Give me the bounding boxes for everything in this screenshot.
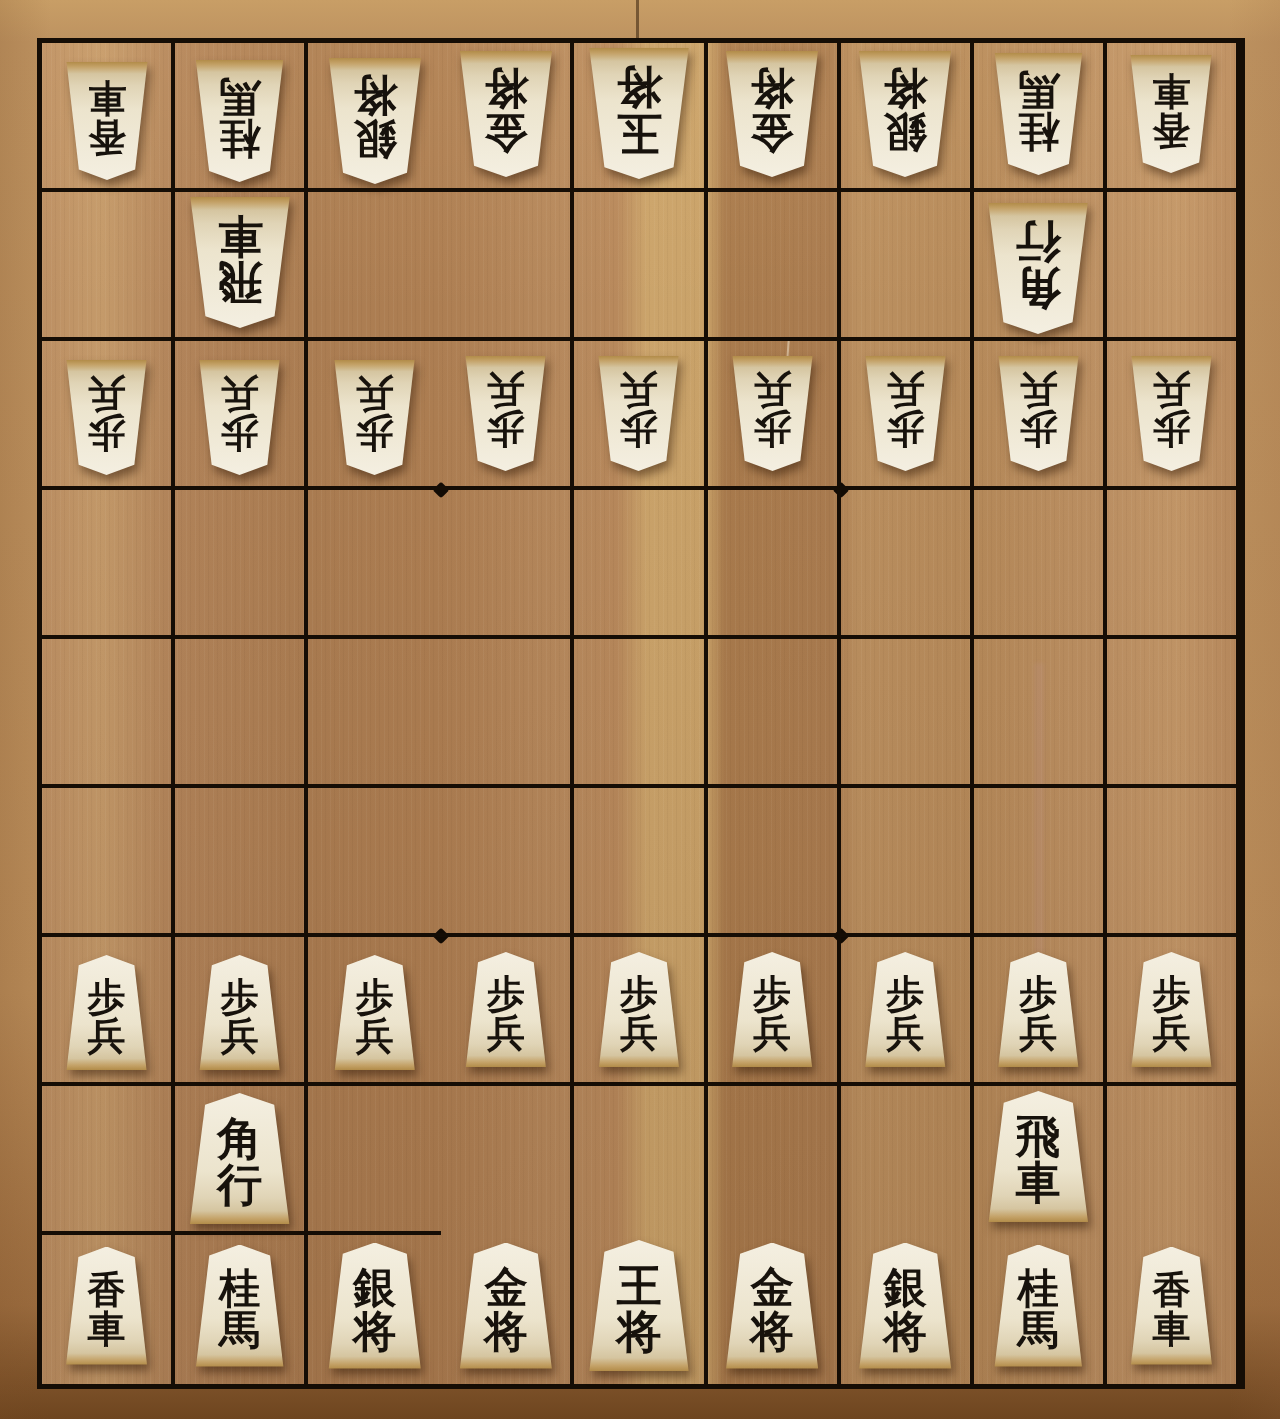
square-88[interactable]: 角行	[175, 1086, 308, 1235]
piece-king-gote[interactable]: 玉将	[585, 48, 693, 179]
piece-wrapper: 歩兵	[1128, 952, 1215, 1067]
piece-kanji: 将	[353, 73, 396, 117]
piece-wrapper: 歩兵	[862, 356, 949, 471]
piece-wrapper: 歩兵	[196, 955, 283, 1070]
square-67[interactable]: 歩兵	[441, 937, 574, 1086]
piece-kanji: 金	[751, 110, 794, 154]
piece-wrapper: 銀将	[855, 51, 955, 177]
piece-wrapper: 歩兵	[995, 356, 1082, 471]
square-17[interactable]: 歩兵	[1107, 937, 1240, 1086]
shogi-board: 香車桂馬銀将金将玉将金将銀将桂馬香車飛車角行歩兵歩兵歩兵歩兵歩兵歩兵歩兵歩兵歩兵…	[37, 38, 1245, 1389]
piece-kanji: 兵	[487, 1014, 525, 1053]
piece-pawn-sente[interactable]: 歩兵	[63, 955, 150, 1070]
piece-wrapper: 歩兵	[63, 955, 150, 1070]
square-97[interactable]: 歩兵	[42, 937, 175, 1086]
piece-wrapper: 歩兵	[729, 952, 816, 1067]
piece-pawn-sente[interactable]: 歩兵	[1128, 952, 1215, 1067]
square-42[interactable]	[708, 192, 841, 341]
piece-knight-sente[interactable]: 桂馬	[192, 1245, 287, 1367]
square-13[interactable]: 歩兵	[1107, 341, 1240, 490]
piece-kanji: 香	[88, 117, 126, 156]
piece-pawn-gote[interactable]: 歩兵	[995, 356, 1082, 471]
square-22[interactable]: 角行	[974, 192, 1107, 341]
wood-seam	[636, 0, 639, 38]
piece-wrapper: 歩兵	[862, 952, 949, 1067]
piece-kanji: 車	[88, 1310, 126, 1349]
piece-wrapper: 歩兵	[595, 356, 682, 471]
piece-wrapper: 王将	[585, 1240, 693, 1371]
piece-kanji: 金	[484, 1266, 527, 1310]
piece-kanji: 銀	[884, 110, 927, 154]
piece-kanji: 歩	[1019, 410, 1057, 449]
piece-kanji: 歩	[620, 410, 658, 449]
square-25[interactable]	[974, 639, 1107, 788]
piece-lance-sente[interactable]: 香車	[63, 1247, 151, 1365]
square-34[interactable]	[841, 490, 974, 639]
square-36[interactable]	[841, 788, 974, 937]
piece-kanji: 桂	[219, 117, 260, 159]
piece-kanji: 将	[884, 1310, 927, 1354]
piece-kanji: 香	[1152, 1271, 1190, 1310]
piece-pawn-gote[interactable]: 歩兵	[595, 356, 682, 471]
piece-silver-sente[interactable]: 銀将	[855, 1243, 955, 1369]
piece-kanji: 車	[217, 213, 262, 259]
piece-wrapper: 角行	[186, 1093, 294, 1224]
square-76[interactable]	[308, 788, 441, 937]
piece-kanji: 将	[751, 1310, 794, 1354]
piece-kanji: 桂	[1018, 110, 1059, 152]
piece-lance-gote[interactable]: 香車	[1127, 55, 1215, 173]
square-78[interactable]	[308, 1086, 441, 1235]
square-56[interactable]	[574, 788, 707, 937]
square-41[interactable]: 金将	[708, 43, 841, 192]
piece-pawn-gote[interactable]: 歩兵	[462, 356, 549, 471]
square-46[interactable]	[708, 788, 841, 937]
piece-bishop-gote[interactable]: 角行	[984, 203, 1092, 334]
square-14[interactable]	[1107, 490, 1240, 639]
square-71[interactable]: 銀将	[308, 43, 441, 192]
square-55[interactable]	[574, 639, 707, 788]
piece-kanji: 歩	[620, 975, 658, 1014]
piece-pawn-gote[interactable]: 歩兵	[331, 360, 418, 475]
piece-wrapper: 桂馬	[991, 53, 1086, 175]
piece-kanji: 兵	[221, 375, 259, 414]
square-58[interactable]	[574, 1086, 707, 1235]
piece-kanji: 兵	[753, 1014, 791, 1053]
piece-wrapper: 歩兵	[196, 360, 283, 475]
piece-wrapper: 香車	[63, 62, 151, 180]
piece-kanji: 歩	[1152, 410, 1190, 449]
piece-kanji: 兵	[620, 1014, 658, 1053]
square-94[interactable]	[42, 490, 175, 639]
piece-kanji: 歩	[1152, 975, 1190, 1014]
square-45[interactable]	[708, 639, 841, 788]
square-43[interactable]: 歩兵	[708, 341, 841, 490]
square-83[interactable]: 歩兵	[175, 341, 308, 490]
piece-kanji: 歩	[221, 414, 259, 453]
piece-pawn-gote[interactable]: 歩兵	[729, 356, 816, 471]
piece-kanji: 将	[616, 64, 661, 110]
piece-wrapper: 歩兵	[995, 952, 1082, 1067]
square-87[interactable]: 歩兵	[175, 937, 308, 1086]
piece-kanji: 王	[616, 1264, 661, 1310]
piece-rook-gote[interactable]: 飛車	[186, 197, 294, 328]
piece-kanji: 銀	[884, 1266, 927, 1310]
square-81[interactable]: 桂馬	[175, 43, 308, 192]
piece-kanji: 銀	[353, 1266, 396, 1310]
piece-pawn-gote[interactable]: 歩兵	[63, 360, 150, 475]
square-47[interactable]: 歩兵	[708, 937, 841, 1086]
square-32[interactable]	[841, 192, 974, 341]
square-69[interactable]: 金将	[441, 1235, 574, 1384]
square-57[interactable]: 歩兵	[574, 937, 707, 1086]
piece-kanji: 兵	[88, 375, 126, 414]
piece-wrapper: 歩兵	[331, 955, 418, 1070]
square-72[interactable]	[308, 192, 441, 341]
square-51[interactable]: 玉将	[574, 43, 707, 192]
square-95[interactable]	[42, 639, 175, 788]
piece-wrapper: 桂馬	[192, 1245, 287, 1367]
square-91[interactable]: 香車	[42, 43, 175, 192]
square-35[interactable]	[841, 639, 974, 788]
piece-kanji: 銀	[353, 117, 396, 161]
square-53[interactable]: 歩兵	[574, 341, 707, 490]
square-52[interactable]	[574, 192, 707, 341]
piece-kanji: 兵	[487, 371, 525, 410]
piece-kanji: 兵	[753, 371, 791, 410]
piece-pawn-gote[interactable]: 歩兵	[196, 360, 283, 475]
piece-kanji: 兵	[1019, 371, 1057, 410]
square-64[interactable]	[441, 490, 574, 639]
piece-gold-sente[interactable]: 金将	[456, 1243, 556, 1369]
piece-wrapper: 銀将	[325, 58, 425, 184]
piece-kanji: 将	[484, 1310, 527, 1354]
piece-kanji: 歩	[1019, 975, 1057, 1014]
piece-kanji: 飛	[217, 259, 262, 305]
piece-wrapper: 歩兵	[1128, 356, 1215, 471]
square-99[interactable]: 香車	[42, 1235, 175, 1384]
piece-kanji: 歩	[221, 978, 259, 1017]
piece-pawn-sente[interactable]: 歩兵	[331, 955, 418, 1070]
piece-wrapper: 飛車	[984, 1091, 1092, 1222]
piece-kanji: 将	[751, 66, 794, 110]
piece-kanji: 兵	[886, 371, 924, 410]
piece-kanji: 車	[1152, 1310, 1190, 1349]
square-38[interactable]	[841, 1086, 974, 1235]
piece-kanji: 車	[1016, 1161, 1061, 1207]
piece-kanji: 桂	[219, 1268, 260, 1310]
piece-wrapper: 歩兵	[462, 952, 549, 1067]
piece-kanji: 歩	[356, 414, 394, 453]
square-37[interactable]: 歩兵	[841, 937, 974, 1086]
square-98[interactable]	[42, 1086, 175, 1235]
square-63[interactable]: 歩兵	[441, 341, 574, 490]
piece-kanji: 馬	[1018, 1310, 1059, 1352]
piece-wrapper: 歩兵	[729, 356, 816, 471]
piece-kanji: 金	[484, 110, 527, 154]
square-74[interactable]	[308, 490, 441, 639]
square-66[interactable]	[441, 788, 574, 937]
square-65[interactable]	[441, 639, 574, 788]
square-93[interactable]: 歩兵	[42, 341, 175, 490]
piece-kanji: 行	[217, 1163, 262, 1209]
piece-wrapper: 角行	[984, 203, 1092, 334]
square-54[interactable]	[574, 490, 707, 639]
square-85[interactable]	[175, 639, 308, 788]
piece-wrapper: 金将	[722, 51, 822, 177]
square-75[interactable]	[308, 639, 441, 788]
piece-kanji: 将	[616, 1310, 661, 1356]
piece-knight-sente[interactable]: 桂馬	[991, 1245, 1086, 1367]
piece-kanji: 兵	[1152, 371, 1190, 410]
piece-wrapper: 歩兵	[595, 952, 682, 1067]
shogi-photo: { "game": { "name": "Shogi", "board_size…	[0, 0, 1280, 1419]
piece-kanji: 歩	[487, 410, 525, 449]
piece-wrapper: 香車	[63, 1247, 151, 1365]
square-48[interactable]	[708, 1086, 841, 1235]
piece-wrapper: 玉将	[585, 48, 693, 179]
piece-kanji: 兵	[1019, 1014, 1057, 1053]
square-28[interactable]: 飛車	[974, 1086, 1107, 1235]
square-16[interactable]	[1107, 788, 1240, 937]
square-49[interactable]: 金将	[708, 1235, 841, 1384]
square-12[interactable]	[1107, 192, 1240, 341]
square-59[interactable]: 王将	[574, 1235, 707, 1384]
piece-kanji: 玉	[616, 110, 661, 156]
piece-pawn-sente[interactable]: 歩兵	[995, 952, 1082, 1067]
square-89[interactable]: 桂馬	[175, 1235, 308, 1384]
piece-gold-sente[interactable]: 金将	[722, 1243, 822, 1369]
piece-kanji: 歩	[753, 410, 791, 449]
square-26[interactable]	[974, 788, 1107, 937]
square-62[interactable]	[441, 192, 574, 341]
square-82[interactable]: 飛車	[175, 192, 308, 341]
piece-kanji: 将	[353, 1310, 396, 1354]
piece-pawn-sente[interactable]: 歩兵	[595, 952, 682, 1067]
square-11[interactable]: 香車	[1107, 43, 1240, 192]
piece-knight-gote[interactable]: 桂馬	[192, 60, 287, 182]
square-84[interactable]	[175, 490, 308, 639]
piece-kanji: 馬	[1018, 68, 1059, 110]
piece-kanji: 角	[1016, 265, 1061, 311]
piece-kanji: 行	[1016, 219, 1061, 265]
square-29[interactable]: 桂馬	[974, 1235, 1107, 1384]
piece-wrapper: 歩兵	[63, 360, 150, 475]
square-19[interactable]: 香車	[1107, 1235, 1240, 1384]
piece-wrapper: 銀将	[855, 1243, 955, 1369]
piece-wrapper: 歩兵	[462, 356, 549, 471]
piece-rook-sente[interactable]: 飛車	[984, 1091, 1092, 1222]
piece-wrapper: 銀将	[325, 1243, 425, 1369]
piece-kanji: 兵	[1152, 1014, 1190, 1053]
piece-wrapper: 桂馬	[991, 1245, 1086, 1367]
piece-pawn-sente[interactable]: 歩兵	[196, 955, 283, 1070]
piece-lance-gote[interactable]: 香車	[63, 62, 151, 180]
piece-pawn-sente[interactable]: 歩兵	[862, 952, 949, 1067]
square-44[interactable]	[708, 490, 841, 639]
piece-wrapper: 金将	[456, 51, 556, 177]
piece-kanji: 車	[88, 78, 126, 117]
piece-wrapper: 桂馬	[192, 60, 287, 182]
piece-silver-sente[interactable]: 銀将	[325, 1243, 425, 1369]
piece-kanji: 兵	[356, 1017, 394, 1056]
piece-wrapper: 歩兵	[331, 360, 418, 475]
piece-wrapper: 香車	[1127, 55, 1215, 173]
square-79[interactable]: 銀将	[308, 1235, 441, 1384]
piece-silver-gote[interactable]: 銀将	[325, 58, 425, 184]
piece-kanji: 馬	[219, 1310, 260, 1352]
piece-wrapper: 金将	[722, 1243, 822, 1369]
piece-kanji: 歩	[356, 978, 394, 1017]
piece-wrapper: 飛車	[186, 197, 294, 328]
piece-kanji: 歩	[88, 978, 126, 1017]
piece-pawn-sente[interactable]: 歩兵	[729, 952, 816, 1067]
piece-king-sente[interactable]: 王将	[585, 1240, 693, 1371]
piece-wrapper: 金将	[456, 1243, 556, 1369]
piece-kanji: 歩	[487, 975, 525, 1014]
piece-kanji: 角	[217, 1117, 262, 1163]
square-15[interactable]	[1107, 639, 1240, 788]
square-31[interactable]: 銀将	[841, 43, 974, 192]
piece-kanji: 将	[484, 66, 527, 110]
piece-kanji: 歩	[886, 410, 924, 449]
square-61[interactable]: 金将	[441, 43, 574, 192]
square-24[interactable]	[974, 490, 1107, 639]
square-77[interactable]: 歩兵	[308, 937, 441, 1086]
piece-kanji: 将	[884, 66, 927, 110]
square-73[interactable]: 歩兵	[308, 341, 441, 490]
piece-bishop-sente[interactable]: 角行	[186, 1093, 294, 1224]
piece-pawn-sente[interactable]: 歩兵	[462, 952, 549, 1067]
piece-kanji: 兵	[88, 1017, 126, 1056]
piece-knight-gote[interactable]: 桂馬	[991, 53, 1086, 175]
piece-kanji: 香	[88, 1271, 126, 1310]
square-92[interactable]	[42, 192, 175, 341]
piece-kanji: 車	[1152, 71, 1190, 110]
square-68[interactable]	[441, 1086, 574, 1235]
piece-kanji: 香	[1152, 110, 1190, 149]
piece-pawn-gote[interactable]: 歩兵	[1128, 356, 1215, 471]
piece-wrapper: 香車	[1127, 1247, 1215, 1365]
piece-kanji: 兵	[620, 371, 658, 410]
piece-kanji: 歩	[886, 975, 924, 1014]
piece-lance-sente[interactable]: 香車	[1127, 1247, 1215, 1365]
square-96[interactable]	[42, 788, 175, 937]
square-21[interactable]: 桂馬	[974, 43, 1107, 192]
piece-kanji: 歩	[88, 414, 126, 453]
square-23[interactable]: 歩兵	[974, 341, 1107, 490]
piece-silver-gote[interactable]: 銀将	[855, 51, 955, 177]
piece-kanji: 兵	[886, 1014, 924, 1053]
square-33[interactable]: 歩兵	[841, 341, 974, 490]
square-18[interactable]	[1107, 1086, 1240, 1235]
piece-kanji: 桂	[1018, 1268, 1059, 1310]
piece-kanji: 兵	[221, 1017, 259, 1056]
square-27[interactable]: 歩兵	[974, 937, 1107, 1086]
square-39[interactable]: 銀将	[841, 1235, 974, 1384]
piece-kanji: 金	[751, 1266, 794, 1310]
piece-gold-gote[interactable]: 金将	[722, 51, 822, 177]
piece-kanji: 兵	[356, 375, 394, 414]
piece-gold-gote[interactable]: 金将	[456, 51, 556, 177]
square-86[interactable]	[175, 788, 308, 937]
piece-kanji: 飛	[1016, 1115, 1061, 1161]
piece-kanji: 歩	[753, 975, 791, 1014]
piece-kanji: 馬	[219, 75, 260, 117]
piece-pawn-gote[interactable]: 歩兵	[862, 356, 949, 471]
